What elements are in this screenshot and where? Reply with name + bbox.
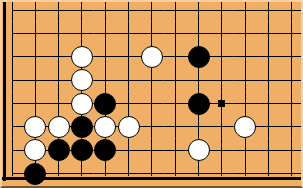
board-intersection [24,45,47,68]
board-intersection [280,22,303,45]
board-intersection [94,115,117,138]
board-intersection [117,45,140,68]
board-intersection [70,115,93,138]
black-stone [71,116,93,138]
board-intersection [210,22,233,45]
black-stone [94,93,116,115]
board-intersection [234,68,257,91]
board-intersection [24,139,47,162]
board-intersection [187,0,210,22]
board-intersection [280,162,303,185]
board-intersection [0,115,23,138]
board-intersection [257,68,280,91]
white-stone [94,116,116,138]
board-intersection [94,22,117,45]
board-intersection [210,139,233,162]
white-stone [48,116,70,138]
white-stone [24,139,46,161]
white-stone [24,116,46,138]
board-intersection [0,139,23,162]
black-stone [48,139,70,161]
board-intersection [257,22,280,45]
board-intersection [187,92,210,115]
white-stone [71,93,93,115]
board-intersection [0,68,23,91]
white-stone [118,116,140,138]
white-stone [71,69,93,91]
board-intersection [187,68,210,91]
board-intersection [187,22,210,45]
board-intersection [24,162,47,185]
board-intersection [94,139,117,162]
board-intersection [164,115,187,138]
board-intersection [140,139,163,162]
black-stone [24,163,46,185]
board-intersection [187,162,210,185]
board-intersection [70,162,93,185]
board-intersection [0,22,23,45]
board-intersection [187,45,210,68]
board-intersection [257,115,280,138]
board-intersection [187,115,210,138]
board-intersection [117,162,140,185]
board-intersection [164,0,187,22]
board-intersection [94,162,117,185]
white-stone [71,46,93,68]
board-intersection [0,92,23,115]
board-intersection [0,45,23,68]
board-intersection [117,115,140,138]
go-board-diagram [0,0,303,188]
board-intersection [47,92,70,115]
black-stone [71,139,93,161]
board-intersection [117,0,140,22]
board-intersection [164,92,187,115]
board-intersection [140,162,163,185]
board-intersection [24,92,47,115]
board-intersection [94,0,117,22]
board-intersection [70,68,93,91]
board-intersection [47,0,70,22]
board-intersection [210,92,233,115]
star-point-marker [218,100,225,107]
board-intersection [210,45,233,68]
black-stone [94,139,116,161]
black-stone [188,93,210,115]
board-intersection [164,68,187,91]
board-intersection [70,139,93,162]
board-intersection [234,115,257,138]
board-intersection [140,92,163,115]
board-intersection [24,22,47,45]
board-intersection [47,45,70,68]
board-intersection [94,45,117,68]
board-intersection [280,92,303,115]
board-intersection [280,115,303,138]
go-board-grid [0,0,303,185]
board-intersection [117,139,140,162]
board-intersection [47,139,70,162]
white-stone [234,116,256,138]
board-intersection [140,115,163,138]
board-intersection [164,22,187,45]
board-intersection [47,115,70,138]
board-intersection [47,22,70,45]
board-intersection [257,139,280,162]
board-intersection [24,68,47,91]
board-intersection [164,162,187,185]
board-intersection [140,45,163,68]
board-intersection [234,22,257,45]
board-intersection [0,0,23,22]
board-intersection [280,45,303,68]
white-stone [141,46,163,68]
board-intersection [257,92,280,115]
board-intersection [117,22,140,45]
board-intersection [94,92,117,115]
board-intersection [24,0,47,22]
board-intersection [210,115,233,138]
board-intersection [47,162,70,185]
board-intersection [280,68,303,91]
board-intersection [210,68,233,91]
board-intersection [257,45,280,68]
board-intersection [234,162,257,185]
board-intersection [210,162,233,185]
board-intersection [257,0,280,22]
board-intersection [280,139,303,162]
board-intersection [280,0,303,22]
board-intersection [70,0,93,22]
board-intersection [164,139,187,162]
board-intersection [117,92,140,115]
board-intersection [117,68,140,91]
board-intersection [140,22,163,45]
board-intersection [0,162,23,185]
board-intersection [187,139,210,162]
black-stone [188,46,210,68]
board-intersection [234,139,257,162]
board-intersection [70,45,93,68]
board-intersection [47,68,70,91]
board-intersection [234,0,257,22]
white-stone [188,139,210,161]
board-intersection [94,68,117,91]
board-intersection [140,68,163,91]
board-intersection [234,92,257,115]
board-intersection [234,45,257,68]
board-intersection [210,0,233,22]
board-intersection [257,162,280,185]
board-intersection [164,45,187,68]
board-intersection [70,22,93,45]
board-intersection [140,0,163,22]
board-intersection [70,92,93,115]
board-intersection [24,115,47,138]
